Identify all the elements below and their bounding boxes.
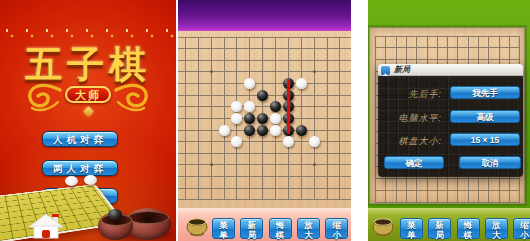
menu-screen: 五子棋 大师 人机对弈 两人对弈 联机对弈 — [0, 0, 176, 241]
human-vs-computer-button[interactable]: 人机对弈 — [42, 131, 118, 147]
white-stone — [219, 125, 230, 136]
status-bar-purple — [178, 0, 351, 31]
white-stone — [309, 136, 320, 147]
white-stone — [244, 101, 255, 112]
white-stone — [84, 175, 97, 185]
gold-flourish-icon — [114, 80, 152, 114]
cancel-button[interactable]: 取消 — [459, 156, 521, 169]
white-stone — [244, 78, 255, 89]
master-badge: 大师 — [0, 80, 176, 120]
win-line — [287, 80, 290, 135]
dialog-body: 先后手: 我先手 电脑水平: 高级 棋盘大小: 15 × 15 确定 取消 — [378, 76, 523, 177]
menu-button[interactable]: 菜单 — [212, 218, 235, 239]
home-icon[interactable] — [28, 212, 64, 239]
black-stone — [244, 113, 255, 124]
white-stone — [270, 125, 281, 136]
zoom-in-button[interactable]: 放大 — [485, 218, 508, 239]
board-size-select[interactable]: 15 × 15 — [450, 133, 520, 146]
gomoku-board[interactable] — [178, 31, 351, 208]
black-stone — [257, 125, 268, 136]
toolbar-pink: 菜单新局悔棋放大缩小 — [178, 208, 351, 241]
black-stone — [244, 125, 255, 136]
black-stone — [257, 113, 268, 124]
zoom-in-button[interactable]: 放大 — [297, 218, 320, 239]
ok-button[interactable]: 确定 — [384, 156, 444, 169]
black-stone — [296, 125, 307, 136]
dialog-title: 新局 — [394, 64, 410, 76]
board-size-label: 棋盘大小: — [382, 135, 442, 148]
first-move-label: 先后手: — [382, 88, 442, 101]
gold-flourish-icon — [24, 80, 62, 114]
white-stone — [231, 136, 242, 147]
zoom-out-button[interactable]: 缩小 — [325, 218, 348, 239]
black-stone — [257, 90, 268, 101]
dialog-title-bar: 新局 — [378, 64, 523, 76]
black-stone — [270, 101, 281, 112]
screenshot-strip: 五子棋 大师 人机对弈 两人对弈 联机对弈 — [0, 0, 530, 241]
white-stone — [283, 136, 294, 147]
toolbar-green: 菜单新局悔棋放大缩小 — [368, 208, 530, 241]
white-stone — [270, 113, 281, 124]
new-game-icon — [381, 66, 390, 75]
master-badge-label: 大师 — [65, 86, 111, 103]
new-game-dialog: 新局 先后手: 我先手 电脑水平: 高级 棋盘大小: 15 × 15 确定 取消 — [378, 64, 523, 177]
stone-bowl-icon — [186, 215, 208, 237]
stone-bowl-icon — [372, 215, 394, 237]
white-stone — [231, 101, 242, 112]
white-stone — [231, 113, 242, 124]
gold-ornament-border — [2, 27, 174, 40]
undo-button[interactable]: 悔棋 — [457, 218, 480, 239]
ai-level-select[interactable]: 高级 — [450, 110, 520, 123]
first-move-select[interactable]: 我先手 — [450, 86, 520, 99]
undo-button[interactable]: 悔棋 — [269, 218, 292, 239]
menu-button[interactable]: 菜单 — [400, 218, 423, 239]
white-stone — [296, 78, 307, 89]
dialog-screen: 新局 先后手: 我先手 电脑水平: 高级 棋盘大小: 15 × 15 确定 取消… — [368, 0, 530, 241]
zoom-out-button[interactable]: 缩小 — [513, 218, 530, 239]
new-game-button[interactable]: 新局 — [428, 218, 451, 239]
white-stone — [65, 176, 78, 186]
ai-level-label: 电脑水平: — [382, 112, 442, 125]
new-game-button[interactable]: 新局 — [240, 218, 263, 239]
black-stone — [108, 209, 122, 220]
gold-gem-icon — [83, 107, 93, 117]
two-player-button[interactable]: 两人对弈 — [42, 160, 118, 176]
game-screen: 菜单新局悔棋放大缩小 — [178, 0, 351, 241]
